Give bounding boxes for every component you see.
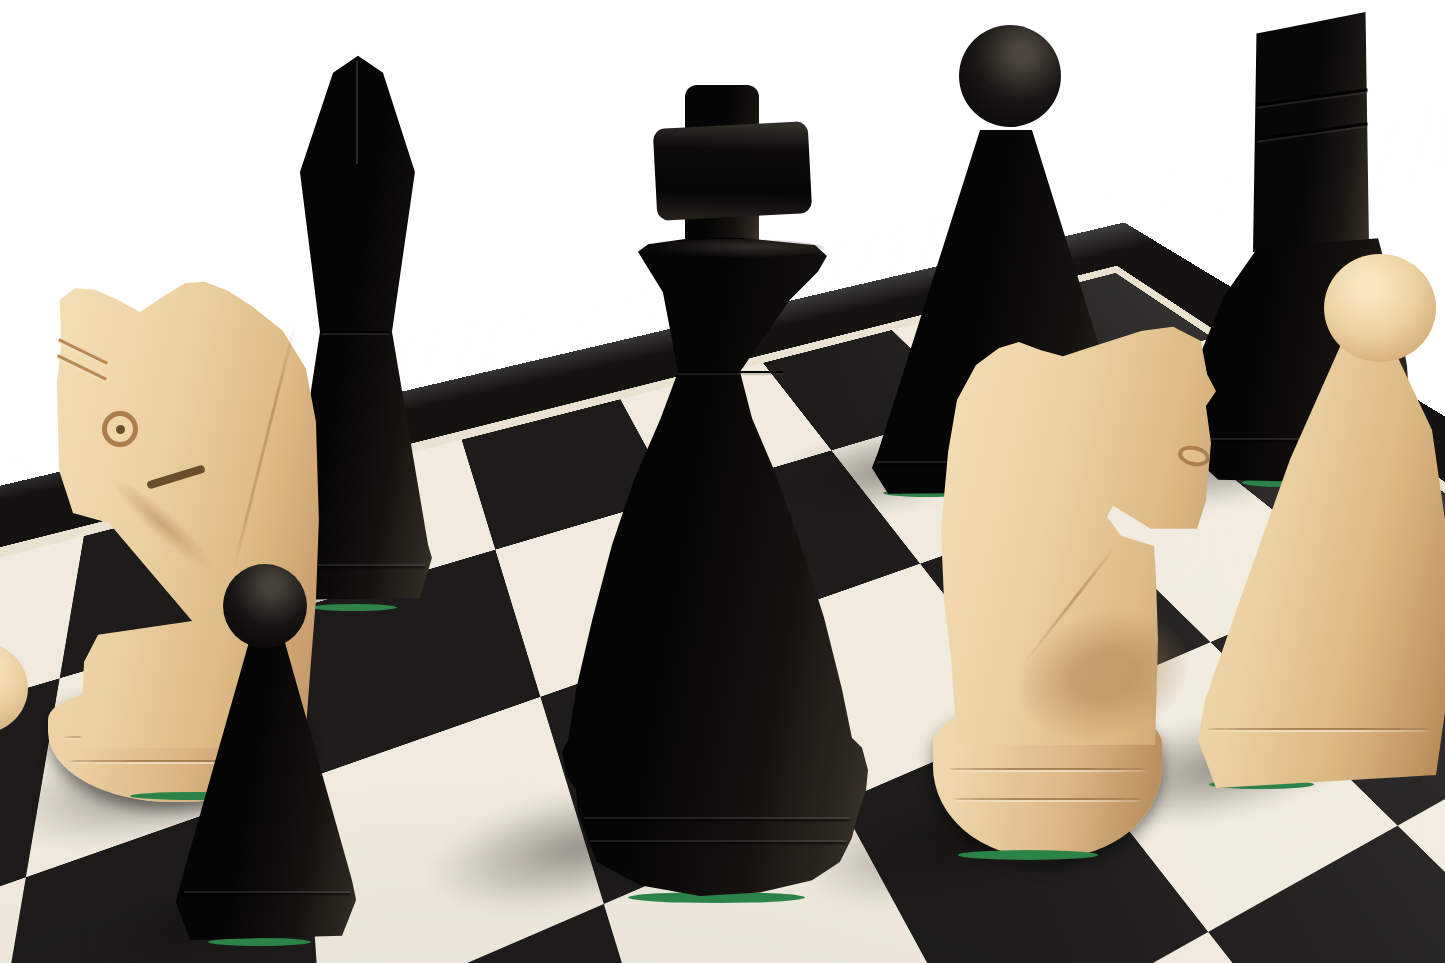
knight-eye xyxy=(102,411,138,447)
queen-facet-crease xyxy=(356,61,358,163)
chess-set-photo xyxy=(0,0,1445,963)
knight-felt-pad xyxy=(958,850,1098,860)
black-king-piece[interactable] xyxy=(552,82,868,910)
king-shoulder-highlight xyxy=(640,239,823,257)
white-knight-right-piece[interactable] xyxy=(928,318,1224,864)
pawn-ball-finial xyxy=(0,642,28,734)
king-base-ring xyxy=(590,840,846,842)
white-pawn-piece[interactable] xyxy=(1194,248,1445,794)
pawn-felt-pad xyxy=(208,938,311,946)
bishop-ball-finial xyxy=(959,25,1061,127)
black-pawn-piece[interactable] xyxy=(168,556,366,952)
knight-base-ring xyxy=(949,768,1146,770)
king-waist-seam xyxy=(678,371,782,373)
king-base-ring xyxy=(584,817,849,819)
white-pawn-partial-piece[interactable] xyxy=(0,640,112,963)
king-cross-bar xyxy=(653,121,813,221)
pawn-ball-finial xyxy=(223,564,307,648)
pawn-ball-finial xyxy=(1324,254,1436,362)
knight-base-ring xyxy=(954,798,1142,800)
pawn-base-ring xyxy=(184,891,350,893)
